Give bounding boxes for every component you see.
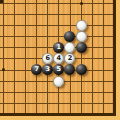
star-point — [76, 0, 87, 9]
black-stone-move-1: 1 — [53, 42, 64, 53]
move-number-label: 3 — [46, 64, 51, 75]
white-stone — [76, 31, 87, 42]
black-stone — [76, 42, 87, 53]
black-stone-move-7: 7 — [31, 64, 42, 75]
go-board[interactable]: 1642735 — [0, 0, 120, 120]
intersection: 5 — [53, 64, 64, 75]
black-stone — [64, 64, 75, 75]
black-stone — [64, 31, 75, 42]
white-stone — [76, 20, 87, 31]
move-number-label: 4 — [57, 53, 62, 64]
black-stone — [76, 64, 87, 75]
intersection: 1 — [53, 42, 64, 53]
intersection: 7 — [31, 64, 42, 75]
star-point — [0, 64, 9, 75]
intersection: 3 — [42, 64, 53, 75]
intersection — [64, 64, 75, 75]
intersection — [53, 76, 64, 87]
intersection — [64, 42, 75, 53]
white-stone-move-4: 4 — [53, 53, 64, 64]
intersection: 4 — [53, 53, 64, 64]
intersection — [76, 20, 87, 31]
move-number-label: 2 — [68, 53, 73, 64]
board-intersection-grid[interactable]: 1642735 — [0, 0, 120, 120]
intersection — [64, 31, 75, 42]
move-number-label: 6 — [46, 53, 51, 64]
black-stone-move-5: 5 — [53, 64, 64, 75]
white-stone-move-2: 2 — [64, 53, 75, 64]
intersection: 2 — [64, 53, 75, 64]
white-stone — [64, 42, 75, 53]
intersection: 6 — [42, 53, 53, 64]
black-stone-move-3: 3 — [42, 64, 53, 75]
white-stone — [53, 76, 64, 87]
intersection — [76, 64, 87, 75]
move-number-label: 7 — [34, 64, 39, 75]
move-number-label: 1 — [57, 42, 62, 53]
intersection — [76, 42, 87, 53]
intersection — [76, 31, 87, 42]
white-stone-move-6: 6 — [42, 53, 53, 64]
move-number-label: 5 — [57, 64, 62, 75]
